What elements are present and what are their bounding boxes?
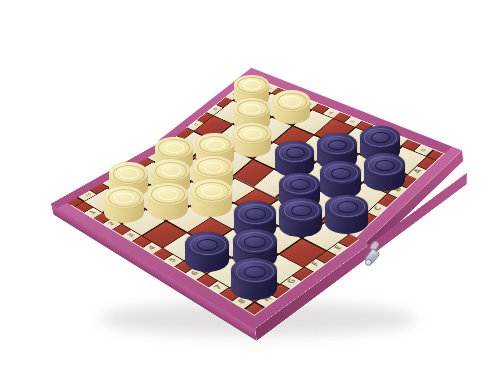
cream-checker-c3[interactable] bbox=[233, 123, 271, 158]
cream-checker-a3[interactable] bbox=[273, 90, 310, 124]
navy-checker-e7[interactable] bbox=[279, 198, 322, 237]
checker-groove-inner bbox=[162, 165, 181, 176]
checker-top bbox=[317, 133, 357, 155]
navy-checker-c7[interactable] bbox=[320, 161, 361, 199]
checker-top bbox=[233, 229, 277, 253]
checker-top bbox=[234, 98, 270, 118]
checker-top bbox=[109, 162, 148, 184]
navy-checker-b8[interactable] bbox=[364, 153, 405, 191]
checker-top bbox=[275, 141, 314, 163]
checker-top bbox=[273, 90, 310, 110]
checker-groove-inner bbox=[204, 162, 223, 173]
checker-top bbox=[234, 75, 269, 95]
checker-groove-inner bbox=[371, 132, 391, 143]
checker-top bbox=[360, 126, 400, 148]
product-photo-stage: 1AA2BB3CC4DD5678 1234DD5EE6FF7GG8HH bbox=[0, 0, 500, 375]
checker-top bbox=[279, 198, 322, 222]
checker-groove-inner bbox=[337, 201, 358, 212]
checker-top bbox=[151, 159, 190, 181]
checker-groove-inner bbox=[291, 205, 312, 216]
navy-checker-h6[interactable] bbox=[185, 232, 229, 272]
checker-top bbox=[233, 123, 271, 144]
navy-checker-d8[interactable] bbox=[325, 195, 368, 234]
checker-groove-inner bbox=[375, 160, 395, 171]
checker-groove-inner bbox=[244, 266, 266, 278]
cream-checker-g3[interactable] bbox=[147, 183, 188, 220]
checker-groove-inner bbox=[243, 80, 261, 90]
checker-groove-inner bbox=[202, 186, 222, 197]
checker-top bbox=[147, 183, 188, 205]
checker-groove-inner bbox=[244, 129, 263, 139]
checker-top bbox=[325, 195, 368, 219]
checker-groove-inner bbox=[331, 168, 351, 179]
checker-groove-inner bbox=[244, 236, 265, 248]
checker-groove-inner bbox=[119, 168, 138, 179]
pieces-layer bbox=[0, 0, 500, 375]
navy-checker-h8[interactable] bbox=[231, 258, 277, 300]
checker-groove-inner bbox=[245, 208, 266, 219]
checker-groove-inner bbox=[165, 143, 184, 153]
checker-top bbox=[155, 137, 193, 158]
checker-groove-inner bbox=[206, 140, 225, 150]
cream-checker-h2[interactable] bbox=[104, 186, 144, 223]
checker-top bbox=[364, 153, 405, 176]
checker-top bbox=[193, 156, 232, 178]
checker-groove-inner bbox=[283, 96, 301, 106]
cream-checker-f4[interactable] bbox=[191, 179, 232, 216]
checker-groove-inner bbox=[286, 147, 305, 158]
checker-groove-inner bbox=[243, 104, 261, 114]
checker-top bbox=[234, 201, 276, 224]
checker-top bbox=[191, 179, 232, 201]
checker-top bbox=[320, 161, 361, 184]
